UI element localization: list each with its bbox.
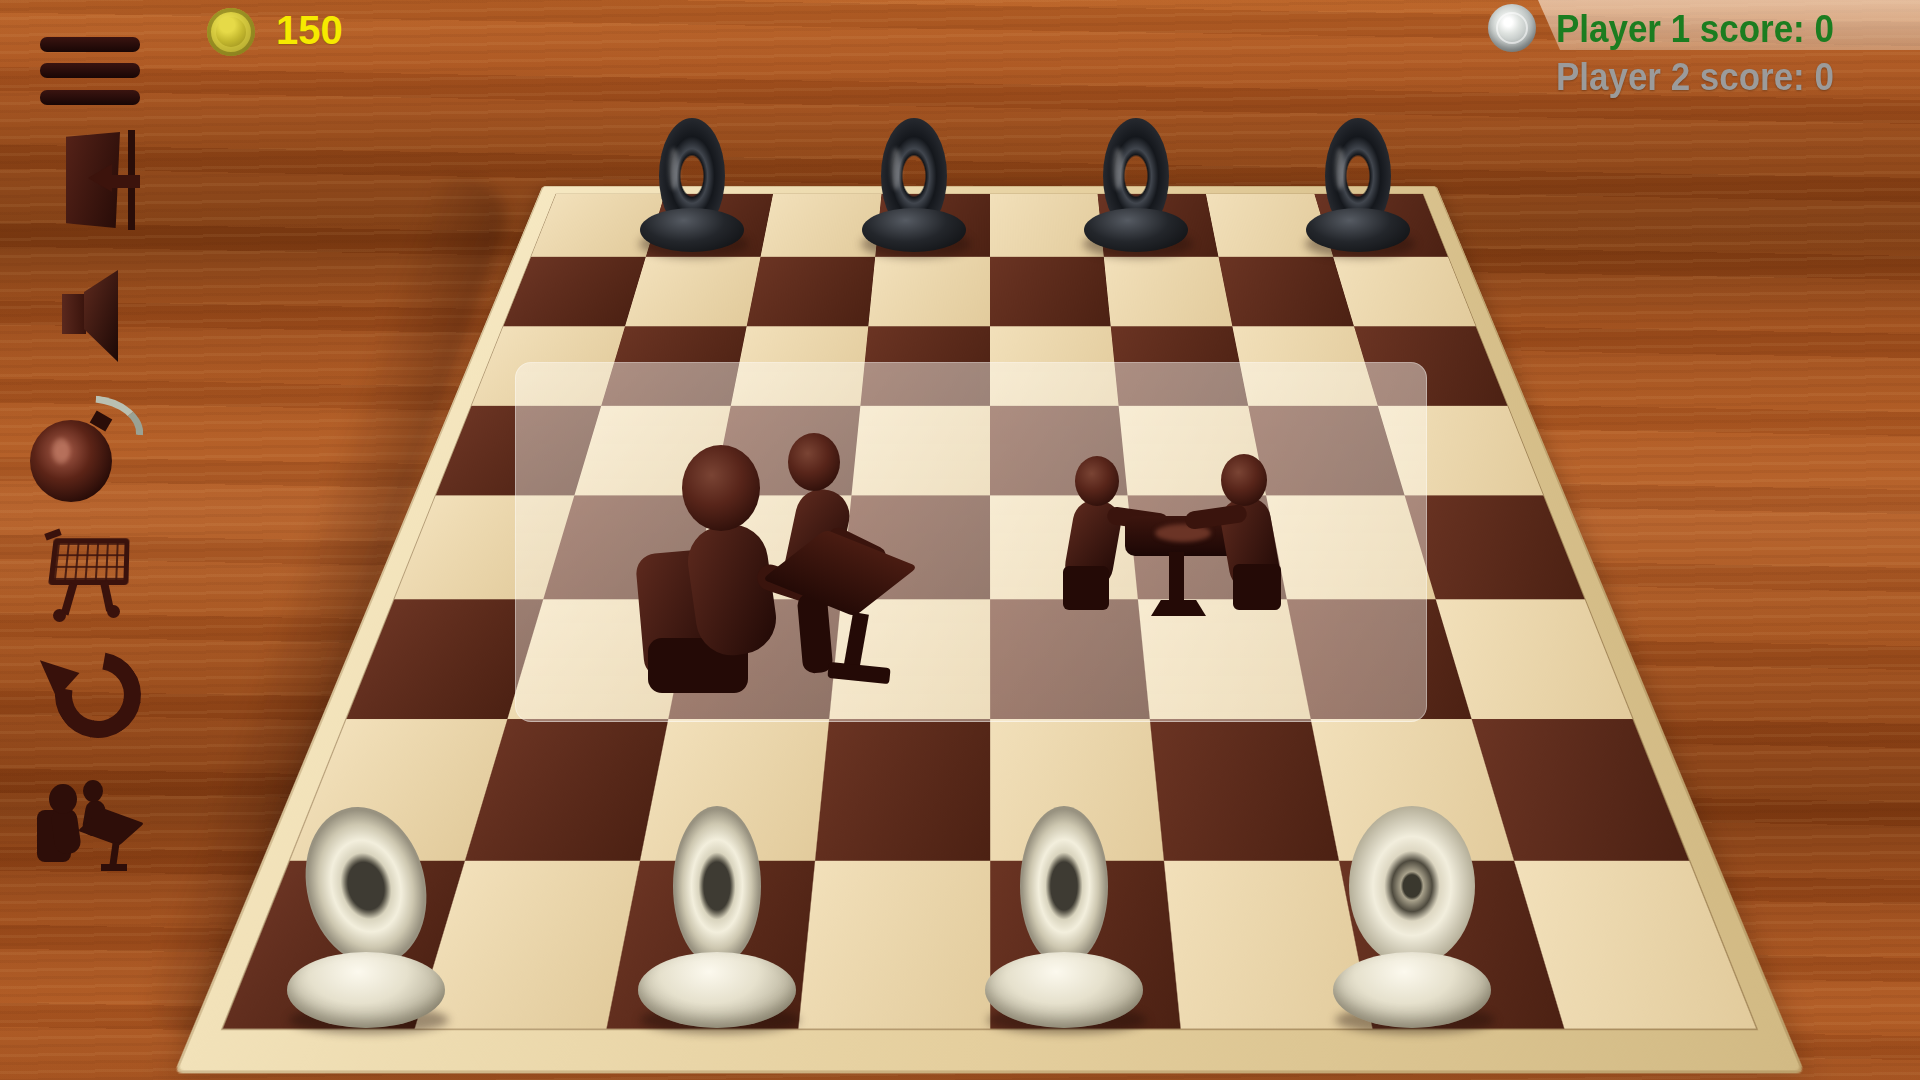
shop-cart-icon[interactable] <box>45 525 137 625</box>
player1-score: Player 1 score: 0 <box>1556 8 1834 51</box>
piece-base <box>1333 952 1491 1028</box>
table-base <box>1151 600 1206 616</box>
sound-icon[interactable] <box>60 270 118 362</box>
player2-score: Player 2 score: 0 <box>1556 56 1834 99</box>
table-pedestal <box>1169 552 1184 604</box>
mini-desk-foot <box>101 864 127 871</box>
square-r1c7[interactable] <box>1333 256 1475 326</box>
exit-arrow-shaft <box>110 175 140 188</box>
square-r6c3[interactable] <box>815 719 990 860</box>
square-r1c4[interactable] <box>990 256 1112 326</box>
white-checker-icon <box>1488 4 1536 52</box>
game-mode-figures-icon[interactable] <box>37 780 152 880</box>
speaker-horn <box>84 270 118 362</box>
mini-head-2 <box>83 780 103 802</box>
bomb-icon[interactable] <box>30 398 142 502</box>
left-player-seat <box>1063 566 1109 610</box>
coin-icon <box>207 8 255 56</box>
right-player-seat <box>1233 564 1281 610</box>
right-player-head <box>1221 454 1267 506</box>
black-ring-piece[interactable] <box>859 118 969 252</box>
game-screen: 150 Player 1 score: 0 Player 2 score: 0 <box>0 0 1920 1080</box>
piece-base <box>287 952 445 1028</box>
piece-base <box>640 208 744 252</box>
square-r4c7[interactable] <box>1405 495 1585 598</box>
mini-desk-pedestal <box>109 842 119 867</box>
bomb-ball <box>30 420 112 502</box>
piece-base <box>1306 208 1410 252</box>
white-ring-piece[interactable] <box>1332 806 1492 1028</box>
piece-base <box>1084 208 1188 252</box>
square-r1c3[interactable] <box>868 256 990 326</box>
small-figure-head <box>788 433 840 491</box>
white-ring-piece[interactable] <box>286 806 446 1028</box>
piece-base <box>638 952 796 1028</box>
cart-basket <box>48 538 129 585</box>
desk-foot <box>827 662 890 684</box>
square-r6c5[interactable] <box>1150 719 1339 860</box>
square-r1c5[interactable] <box>1104 256 1233 326</box>
exit-arrow-head <box>88 164 112 192</box>
exit-door-icon[interactable] <box>50 128 142 234</box>
piece-base <box>985 952 1143 1028</box>
coins-count: 150 <box>276 8 343 53</box>
square-r7c3[interactable] <box>798 860 990 1028</box>
square-r1c6[interactable] <box>1219 256 1355 326</box>
white-ring-piece[interactable] <box>637 806 797 1028</box>
figure-head <box>682 445 760 531</box>
black-ring-piece[interactable] <box>1081 118 1191 252</box>
piece-ring <box>289 794 442 978</box>
cart-wheel <box>53 609 66 622</box>
speaker-neck <box>62 294 86 334</box>
mini-head <box>49 784 77 814</box>
square-r1c0[interactable] <box>503 256 645 326</box>
black-ring-piece[interactable] <box>637 118 747 252</box>
square-r1c2[interactable] <box>746 256 875 326</box>
menu-icon[interactable] <box>40 37 140 105</box>
black-ring-piece[interactable] <box>1303 118 1413 252</box>
cart-wheel <box>107 605 120 618</box>
piece-base <box>862 208 966 252</box>
white-ring-piece[interactable] <box>984 806 1144 1028</box>
square-r1c1[interactable] <box>625 256 761 326</box>
piece-ring <box>673 806 761 966</box>
undo-icon[interactable] <box>35 652 143 750</box>
piece-ring <box>1020 806 1108 966</box>
left-player-head <box>1075 456 1119 506</box>
single-player-option-figures[interactable] <box>640 433 890 695</box>
two-players-option-figures[interactable] <box>1055 448 1300 612</box>
piece-ring <box>1349 806 1475 966</box>
